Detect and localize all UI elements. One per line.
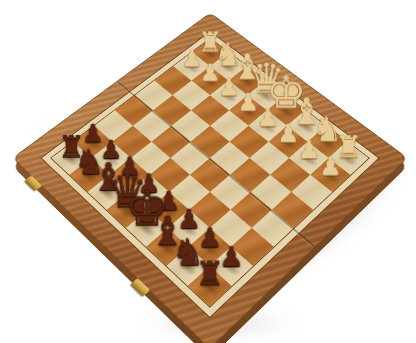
product-photo: ♜♞♝♛♚♝♞♜♟♟♟♟♟♟♟♟♟♟♟♟♟♟♟♟♜♞♝♛♚♝♞♜ bbox=[0, 0, 416, 343]
scene-stage: ♜♞♝♛♚♝♞♜♟♟♟♟♟♟♟♟♟♟♟♟♟♟♟♟♜♞♝♛♚♝♞♜ bbox=[0, 0, 416, 343]
board-grid: ♜♞♝♛♚♝♞♜♟♟♟♟♟♟♟♟♟♟♟♟♟♟♟♟♜♞♝♛♚♝♞♜ bbox=[50, 38, 370, 308]
chess-board: ♜♞♝♛♚♝♞♜♟♟♟♟♟♟♟♟♟♟♟♟♟♟♟♟♜♞♝♛♚♝♞♜ bbox=[12, 12, 408, 343]
